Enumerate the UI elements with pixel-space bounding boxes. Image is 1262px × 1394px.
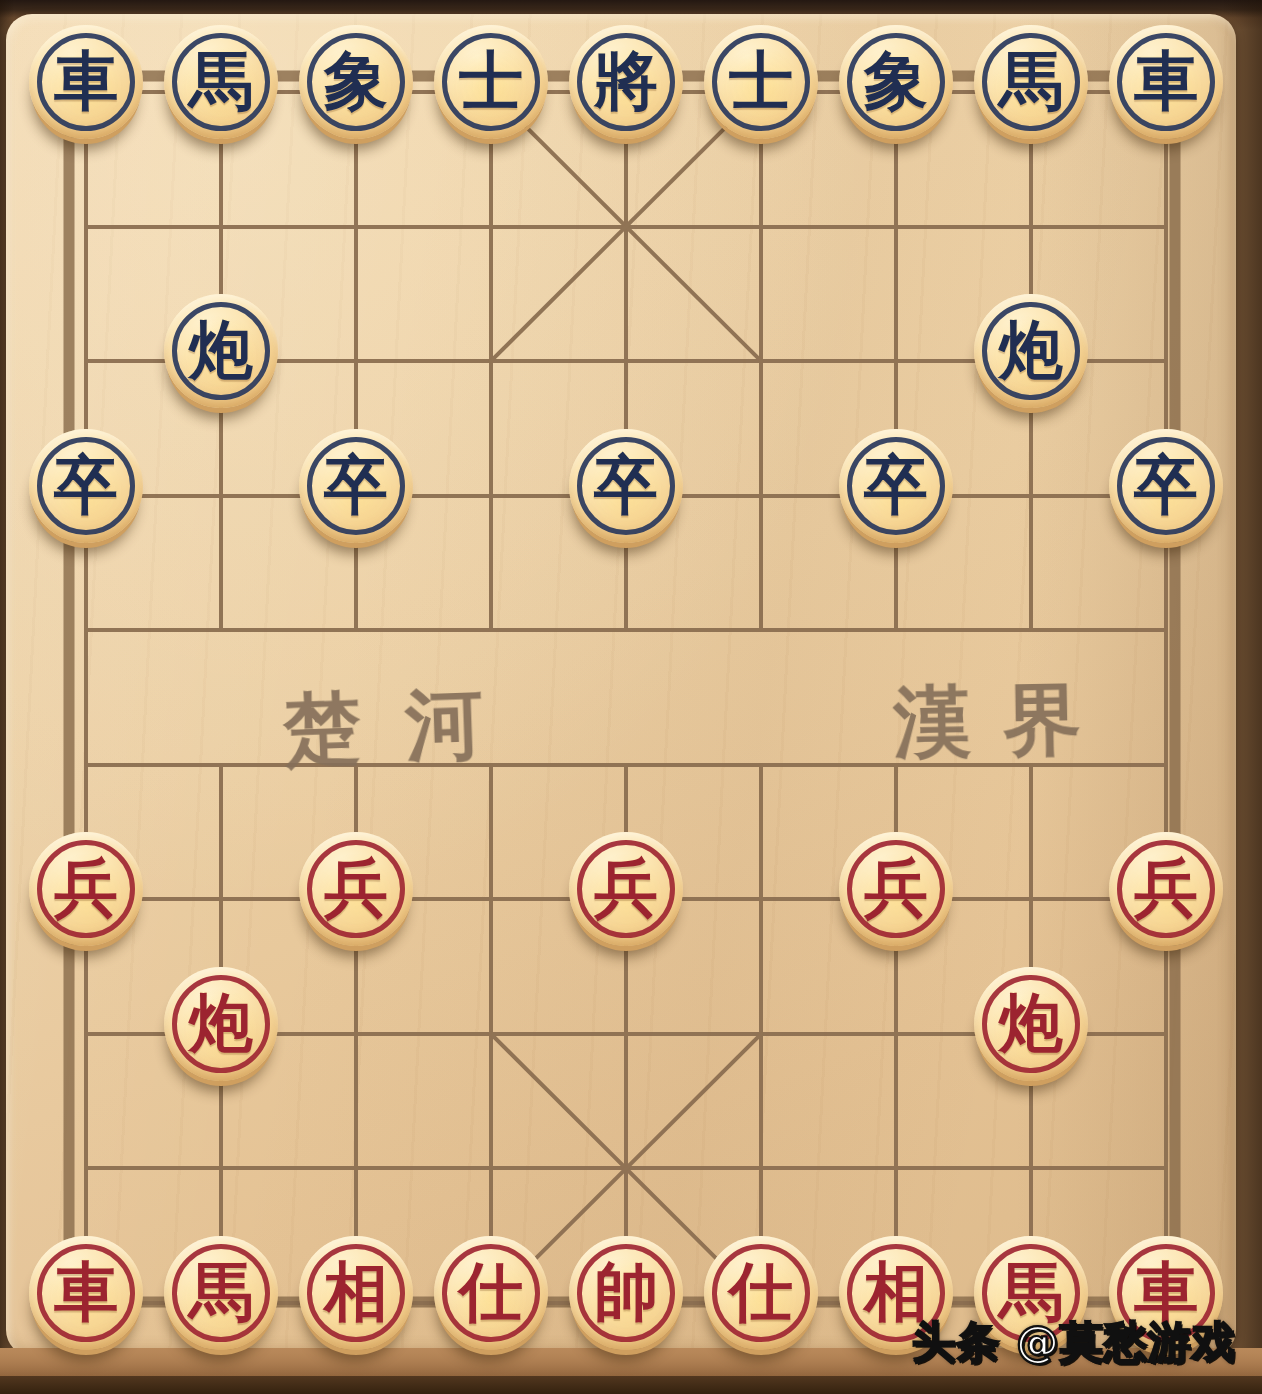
piece-glyph: 帥 xyxy=(594,1260,658,1326)
piece-black-horse[interactable]: 馬 xyxy=(164,25,278,139)
piece-glyph: 車 xyxy=(54,49,118,115)
piece-red-soldier[interactable]: 兵 xyxy=(839,832,953,946)
piece-glyph: 馬 xyxy=(189,1260,253,1326)
piece-glyph: 兵 xyxy=(864,856,928,922)
piece-glyph: 兵 xyxy=(324,856,388,922)
piece-red-soldier[interactable]: 兵 xyxy=(569,832,683,946)
piece-red-cannon[interactable]: 炮 xyxy=(164,967,278,1081)
piece-black-cannon[interactable]: 炮 xyxy=(164,294,278,408)
piece-glyph: 馬 xyxy=(999,49,1063,115)
piece-glyph: 卒 xyxy=(864,453,928,519)
piece-black-elephant[interactable]: 象 xyxy=(299,25,413,139)
piece-glyph: 車 xyxy=(54,1260,118,1326)
piece-red-soldier[interactable]: 兵 xyxy=(299,832,413,946)
piece-glyph: 象 xyxy=(864,49,928,115)
piece-black-soldier[interactable]: 卒 xyxy=(1109,429,1223,543)
piece-glyph: 兵 xyxy=(54,856,118,922)
piece-glyph: 卒 xyxy=(324,453,388,519)
piece-red-advisor[interactable]: 仕 xyxy=(704,1236,818,1350)
piece-glyph: 炮 xyxy=(999,991,1063,1057)
piece-black-advisor[interactable]: 士 xyxy=(704,25,818,139)
piece-red-soldier[interactable]: 兵 xyxy=(29,832,143,946)
piece-black-general[interactable]: 將 xyxy=(569,25,683,139)
piece-red-chariot[interactable]: 車 xyxy=(29,1236,143,1350)
piece-glyph: 卒 xyxy=(1134,453,1198,519)
piece-red-advisor[interactable]: 仕 xyxy=(434,1236,548,1350)
piece-glyph: 相 xyxy=(324,1260,388,1326)
piece-red-general[interactable]: 帥 xyxy=(569,1236,683,1350)
piece-glyph: 馬 xyxy=(189,49,253,115)
piece-glyph: 將 xyxy=(594,49,658,115)
piece-black-elephant[interactable]: 象 xyxy=(839,25,953,139)
piece-red-elephant[interactable]: 相 xyxy=(299,1236,413,1350)
piece-glyph: 象 xyxy=(324,49,388,115)
pieces-layer: 車馬象士將士象馬車炮炮卒卒卒卒卒兵兵兵兵兵炮炮車馬相仕帥仕相馬車 xyxy=(19,25,1234,1371)
piece-black-cannon[interactable]: 炮 xyxy=(974,294,1088,408)
piece-glyph: 卒 xyxy=(594,453,658,519)
piece-glyph: 炮 xyxy=(189,991,253,1057)
watermark: 头条 @莫愁游戏 xyxy=(912,1314,1236,1372)
piece-glyph: 士 xyxy=(459,49,523,115)
piece-glyph: 兵 xyxy=(1134,856,1198,922)
piece-glyph: 卒 xyxy=(54,453,118,519)
piece-red-soldier[interactable]: 兵 xyxy=(1109,832,1223,946)
piece-red-horse[interactable]: 馬 xyxy=(164,1236,278,1350)
piece-black-chariot[interactable]: 車 xyxy=(1109,25,1223,139)
piece-glyph: 車 xyxy=(1134,49,1198,115)
piece-black-horse[interactable]: 馬 xyxy=(974,25,1088,139)
piece-black-soldier[interactable]: 卒 xyxy=(839,429,953,543)
piece-black-chariot[interactable]: 車 xyxy=(29,25,143,139)
piece-glyph: 炮 xyxy=(189,318,253,384)
piece-black-soldier[interactable]: 卒 xyxy=(569,429,683,543)
piece-glyph: 仕 xyxy=(729,1260,793,1326)
piece-black-soldier[interactable]: 卒 xyxy=(29,429,143,543)
piece-red-cannon[interactable]: 炮 xyxy=(974,967,1088,1081)
piece-glyph: 炮 xyxy=(999,318,1063,384)
piece-black-advisor[interactable]: 士 xyxy=(434,25,548,139)
piece-glyph: 士 xyxy=(729,49,793,115)
piece-black-soldier[interactable]: 卒 xyxy=(299,429,413,543)
piece-glyph: 仕 xyxy=(459,1260,523,1326)
piece-glyph: 兵 xyxy=(594,856,658,922)
